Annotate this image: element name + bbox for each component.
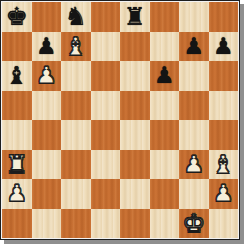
square-d3[interactable] (91, 150, 121, 180)
square-h8[interactable] (209, 2, 239, 32)
square-b4[interactable] (32, 120, 62, 150)
white-pawn-piece: ♟ (2, 179, 32, 209)
square-f4[interactable] (150, 120, 180, 150)
square-h2[interactable]: ♟ (209, 179, 239, 209)
square-b5[interactable] (32, 91, 62, 121)
black-king-piece: ♚ (2, 2, 32, 32)
square-d2[interactable] (91, 179, 121, 209)
square-c8[interactable]: ♞ (61, 2, 91, 32)
chess-diagram: ♚♞♜♟♝♟♟♝♟♟♜♟♝♟♟♚ (0, 0, 244, 244)
square-b3[interactable] (32, 150, 62, 180)
square-g3[interactable]: ♟ (179, 150, 209, 180)
square-e3[interactable] (120, 150, 150, 180)
white-king-piece: ♚ (179, 209, 209, 239)
square-c1[interactable] (61, 209, 91, 239)
square-a5[interactable] (2, 91, 32, 121)
square-b6[interactable]: ♟ (32, 61, 62, 91)
square-c3[interactable] (61, 150, 91, 180)
square-e4[interactable] (120, 120, 150, 150)
square-g4[interactable] (179, 120, 209, 150)
white-bishop-piece: ♝ (61, 32, 91, 62)
black-pawn-piece: ♟ (32, 32, 62, 62)
square-a7[interactable] (2, 32, 32, 62)
square-f3[interactable] (150, 150, 180, 180)
square-c5[interactable] (61, 91, 91, 121)
square-a1[interactable] (2, 209, 32, 239)
square-a8[interactable]: ♚ (2, 2, 32, 32)
square-f6[interactable]: ♟ (150, 61, 180, 91)
square-g6[interactable] (179, 61, 209, 91)
white-pawn-piece: ♟ (32, 61, 62, 91)
square-h5[interactable] (209, 91, 239, 121)
black-pawn-piece: ♟ (209, 32, 239, 62)
square-g5[interactable] (179, 91, 209, 121)
square-c7[interactable]: ♝ (61, 32, 91, 62)
square-a2[interactable]: ♟ (2, 179, 32, 209)
white-bishop-piece: ♝ (209, 150, 239, 180)
square-f8[interactable] (150, 2, 180, 32)
square-h4[interactable] (209, 120, 239, 150)
square-e6[interactable] (120, 61, 150, 91)
black-rook-piece: ♜ (120, 2, 150, 32)
square-f5[interactable] (150, 91, 180, 121)
square-c2[interactable] (61, 179, 91, 209)
white-pawn-piece: ♟ (179, 150, 209, 180)
square-e5[interactable] (120, 91, 150, 121)
square-f2[interactable] (150, 179, 180, 209)
square-h3[interactable]: ♝ (209, 150, 239, 180)
square-a4[interactable] (2, 120, 32, 150)
square-c6[interactable] (61, 61, 91, 91)
square-b1[interactable] (32, 209, 62, 239)
square-c4[interactable] (61, 120, 91, 150)
square-h6[interactable] (209, 61, 239, 91)
square-e7[interactable] (120, 32, 150, 62)
square-d1[interactable] (91, 209, 121, 239)
white-pawn-piece: ♟ (209, 179, 239, 209)
black-bishop-piece: ♝ (2, 61, 32, 91)
square-g7[interactable]: ♟ (179, 32, 209, 62)
square-g2[interactable] (179, 179, 209, 209)
square-f1[interactable] (150, 209, 180, 239)
white-rook-piece: ♜ (2, 150, 32, 180)
square-d7[interactable] (91, 32, 121, 62)
square-e8[interactable]: ♜ (120, 2, 150, 32)
square-d5[interactable] (91, 91, 121, 121)
square-d8[interactable] (91, 2, 121, 32)
black-pawn-piece: ♟ (150, 61, 180, 91)
square-b2[interactable] (32, 179, 62, 209)
square-a3[interactable]: ♜ (2, 150, 32, 180)
square-a6[interactable]: ♝ (2, 61, 32, 91)
square-g1[interactable]: ♚ (179, 209, 209, 239)
chess-board: ♚♞♜♟♝♟♟♝♟♟♜♟♝♟♟♚ (2, 2, 238, 238)
square-e1[interactable] (120, 209, 150, 239)
square-g8[interactable] (179, 2, 209, 32)
square-h1[interactable] (209, 209, 239, 239)
black-pawn-piece: ♟ (179, 32, 209, 62)
board-frame: ♚♞♜♟♝♟♟♝♟♟♜♟♝♟♟♚ (0, 0, 240, 240)
square-b7[interactable]: ♟ (32, 32, 62, 62)
square-d4[interactable] (91, 120, 121, 150)
square-e2[interactable] (120, 179, 150, 209)
square-f7[interactable] (150, 32, 180, 62)
black-knight-piece: ♞ (61, 2, 91, 32)
square-h7[interactable]: ♟ (209, 32, 239, 62)
square-d6[interactable] (91, 61, 121, 91)
square-b8[interactable] (32, 2, 62, 32)
